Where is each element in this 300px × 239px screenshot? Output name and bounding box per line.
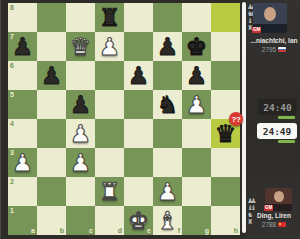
square-g7[interactable]: ♚ [182,32,211,61]
square-g4[interactable] [182,119,211,148]
square-g1[interactable]: g [182,206,211,235]
avatar-face [274,191,284,202]
square-g3[interactable] [182,148,211,177]
black-pawn-g6[interactable]: ♟ [182,61,211,90]
white-bishop-f1[interactable]: ♝ [153,206,182,235]
file-label-g: g [205,227,209,234]
square-c7[interactable]: ♛ [66,32,95,61]
square-a4[interactable]: 4 [8,119,37,148]
square-c2[interactable] [66,177,95,206]
square-e7[interactable] [124,32,153,61]
square-e5[interactable] [124,90,153,119]
square-g6[interactable]: ♟ [182,61,211,90]
clock-increment-bar-top [278,116,295,119]
black-pawn-f7[interactable]: ♟ [153,32,182,61]
square-d1[interactable]: d [95,206,124,235]
square-e3[interactable] [124,148,153,177]
square-a7[interactable]: 7♟ [8,32,37,61]
player-name-top[interactable]: ...niachtchi, Ian [247,37,300,44]
player-name-bottom[interactable]: Ding, Liren [247,212,300,219]
white-pawn-g5[interactable]: ♟ [182,90,211,119]
square-d7[interactable]: ♟ [95,32,124,61]
square-e6[interactable]: ♟ [124,61,153,90]
square-b4[interactable] [37,119,66,148]
square-c4[interactable]: ♟ [66,119,95,148]
chess-board[interactable]: 8♜7♟♛♟♟♚6♟♟♟5♟♞♟4♟♛3♟♟2♜♟1abcde♚f♝gh [8,3,240,235]
file-label-h: h [234,227,238,234]
blunder-badge: ?? [229,112,243,126]
white-pawn-a3[interactable]: ♟ [8,148,37,177]
square-g2[interactable] [182,177,211,206]
square-b2[interactable] [37,177,66,206]
square-f6[interactable] [153,61,182,90]
square-a2[interactable]: 2 [8,177,37,206]
file-label-b: b [60,227,64,234]
player-rating-top: 2795 [247,46,300,53]
square-h7[interactable] [211,32,240,61]
square-f8[interactable] [153,3,182,32]
square-d5[interactable] [95,90,124,119]
square-h6[interactable] [211,61,240,90]
black-pawn-a7[interactable]: ♟ [8,32,37,61]
file-label-d: d [118,227,122,234]
square-c3[interactable]: ♟ [66,148,95,177]
square-b3[interactable] [37,148,66,177]
gm-title-badge-bottom: GM [264,205,273,211]
square-a8[interactable]: 8 [8,3,37,32]
square-d4[interactable] [95,119,124,148]
avatar-face [264,7,276,21]
black-pawn-c5[interactable]: ♟ [66,90,95,119]
square-b1[interactable]: b [37,206,66,235]
rank-label-5: 5 [10,91,14,98]
white-pawn-c3[interactable]: ♟ [66,148,95,177]
square-a6[interactable]: 6 [8,61,37,90]
white-pawn-c4[interactable]: ♟ [66,119,95,148]
black-rook-d8[interactable]: ♜ [95,3,124,32]
rating-value-top: 2795 [262,46,276,53]
rank-label-4: 4 [10,120,14,127]
rating-value-bottom: 2788 [262,221,276,228]
white-queen-c7[interactable]: ♛ [66,32,95,61]
square-d6[interactable] [95,61,124,90]
square-g5[interactable]: ♟ [182,90,211,119]
flag-icon-china [278,222,286,227]
square-a1[interactable]: 1a [8,206,37,235]
black-king-g7[interactable]: ♚ [182,32,211,61]
square-f5[interactable]: ♞ [153,90,182,119]
clock-top-player: 24:40 [258,99,297,115]
player-rating-bottom: 2788 [247,221,300,228]
square-e1[interactable]: e♚ [124,206,153,235]
square-b5[interactable] [37,90,66,119]
rank-label-6: 6 [10,62,14,69]
square-e4[interactable] [124,119,153,148]
square-d3[interactable] [95,148,124,177]
square-d2[interactable]: ♜ [95,177,124,206]
white-pawn-d7[interactable]: ♟ [95,32,124,61]
gm-title-badge-top: GM [252,27,261,33]
square-f3[interactable] [153,148,182,177]
square-b6[interactable]: ♟ [37,61,66,90]
square-d8[interactable]: ♜ [95,3,124,32]
square-c6[interactable] [66,61,95,90]
clock-increment-bar-bottom [278,140,295,143]
square-f7[interactable]: ♟ [153,32,182,61]
rank-label-2: 2 [10,178,14,185]
square-f1[interactable]: f♝ [153,206,182,235]
white-king-e1[interactable]: ♚ [124,206,153,235]
square-c1[interactable]: c [66,206,95,235]
square-c5[interactable]: ♟ [66,90,95,119]
square-a3[interactable]: 3♟ [8,148,37,177]
side-panel: ♟♟♞♞♝♜ GM ...niachtchi, Ian 2795 24:40 2… [247,0,300,239]
square-f2[interactable]: ♟ [153,177,182,206]
square-h2[interactable] [211,177,240,206]
flag-icon-russia [278,47,286,52]
rank-label-1: 1 [10,207,14,214]
square-h1[interactable]: h [211,206,240,235]
square-f4[interactable] [153,119,182,148]
square-b8[interactable] [37,3,66,32]
black-knight-f5[interactable]: ♞ [153,90,182,119]
square-g8[interactable] [182,3,211,32]
square-a5[interactable]: 5 [8,90,37,119]
square-h3[interactable] [211,148,240,177]
white-pawn-f2[interactable]: ♟ [153,177,182,206]
clock-bottom-player: 24:49 [257,123,297,139]
chess-app: 8♜7♟♛♟♟♚6♟♟♟5♟♞♟4♟♛3♟♟2♜♟1abcde♚f♝gh ?? … [0,0,300,239]
file-label-a: a [31,227,35,234]
square-c8[interactable] [66,3,95,32]
square-e8[interactable] [124,3,153,32]
square-h8[interactable] [211,3,240,32]
square-b7[interactable] [37,32,66,61]
black-pawn-e6[interactable]: ♟ [124,61,153,90]
square-e2[interactable] [124,177,153,206]
file-label-c: c [89,227,93,234]
rank-label-8: 8 [10,4,14,11]
black-pawn-b6[interactable]: ♟ [37,61,66,90]
white-rook-d2[interactable]: ♜ [95,177,124,206]
